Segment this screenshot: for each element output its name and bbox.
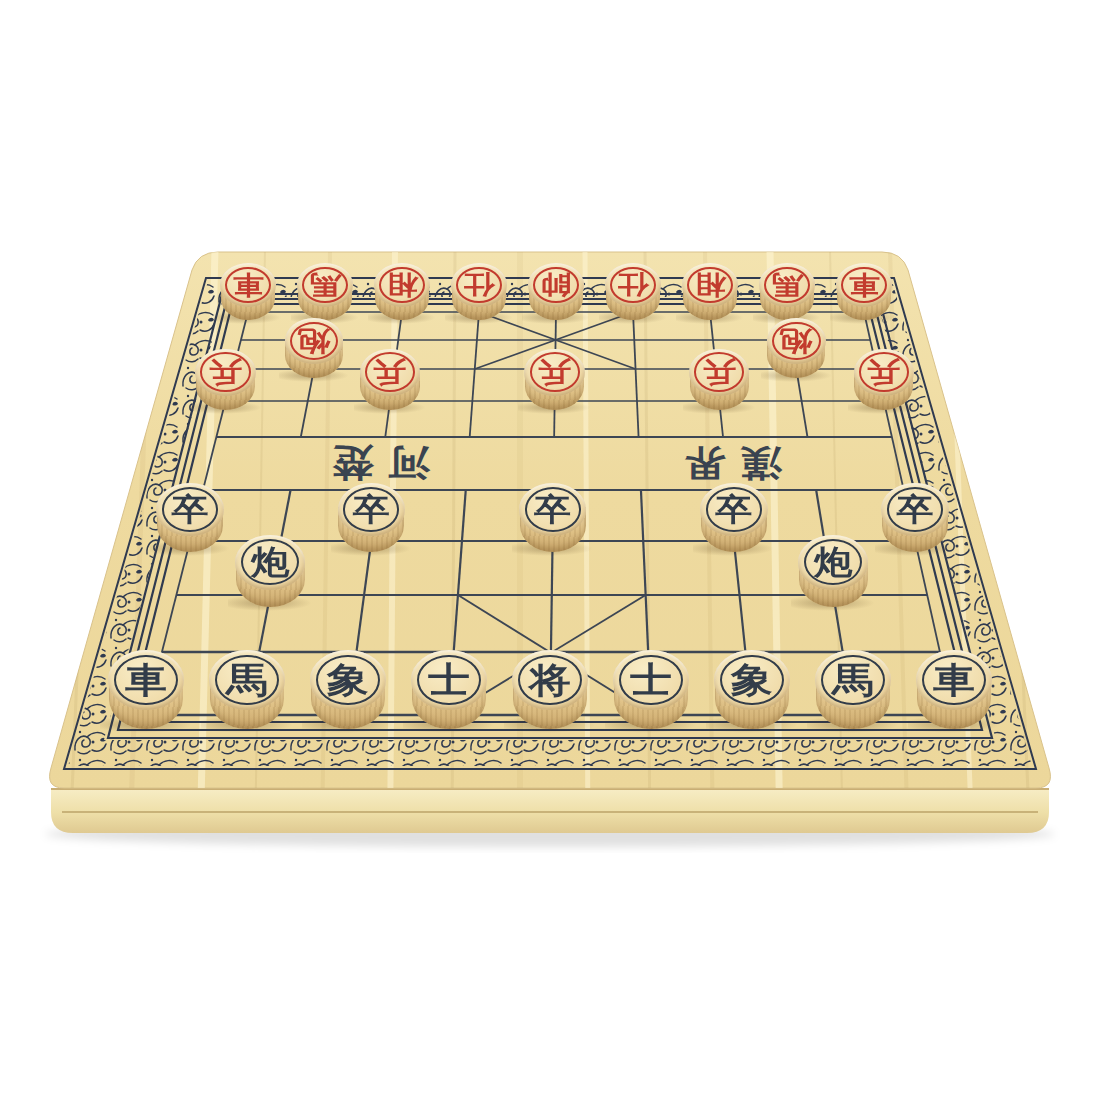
piece-face: 車	[916, 650, 992, 709]
piece-face: 馬	[209, 650, 285, 709]
piece-black-soldier[interactable]: 卒	[519, 483, 586, 552]
piece-character: 士	[630, 662, 672, 697]
piece-face: 馬	[759, 263, 815, 307]
piece-face: 相	[374, 263, 430, 307]
piece-red-soldier[interactable]: 兵	[689, 349, 749, 411]
piece-face: 帥	[528, 263, 584, 307]
piece-character: 兵	[373, 358, 406, 386]
piece-face: 兵	[360, 349, 420, 396]
product-photo-canvas: 河楚 漢界 車馬相仕帥仕相馬車炮炮兵兵兵兵兵卒卒卒卒卒炮炮車馬象士将士象馬車	[0, 0, 1100, 1100]
piece-ring: 相	[379, 267, 426, 304]
piece-ring: 卒	[525, 487, 581, 531]
piece-ring: 卒	[887, 487, 943, 531]
piece-character: 兵	[867, 358, 900, 386]
piece-red-soldier[interactable]: 兵	[195, 349, 255, 411]
piece-ring: 車	[225, 267, 272, 304]
piece-ring: 車	[114, 655, 177, 705]
piece-black-general[interactable]: 将	[512, 650, 588, 729]
piece-ring: 相	[687, 267, 734, 304]
piece-face: 仕	[451, 263, 507, 307]
piece-character: 帥	[541, 272, 572, 298]
piece-ring: 馬	[215, 655, 278, 705]
piece-ring: 仕	[610, 267, 657, 304]
piece-ring: 卒	[162, 487, 218, 531]
piece-ring: 馬	[764, 267, 811, 304]
piece-ring: 車	[841, 267, 888, 304]
piece-ring: 兵	[694, 352, 744, 392]
piece-face: 象	[714, 650, 790, 709]
piece-character: 卒	[172, 494, 209, 525]
piece-character: 馬	[226, 662, 268, 697]
piece-character: 炮	[251, 546, 290, 578]
piece-face: 馬	[815, 650, 891, 709]
piece-face: 相	[682, 263, 738, 307]
piece-ring: 卒	[343, 487, 399, 531]
piece-face: 車	[220, 263, 276, 307]
piece-red-chariot[interactable]: 車	[836, 263, 892, 320]
piece-red-elephant[interactable]: 相	[682, 263, 738, 320]
piece-ring: 兵	[365, 352, 415, 392]
piece-character: 相	[695, 272, 726, 298]
piece-black-cannon[interactable]: 炮	[235, 535, 305, 607]
piece-ring: 炮	[804, 539, 862, 585]
piece-ring: 車	[922, 655, 985, 705]
piece-red-cannon[interactable]: 炮	[767, 318, 826, 378]
piece-red-soldier[interactable]: 兵	[524, 349, 584, 411]
piece-character: 兵	[703, 358, 736, 386]
piece-face: 士	[613, 650, 689, 709]
piece-black-chariot[interactable]: 車	[108, 650, 184, 729]
piece-face: 車	[108, 650, 184, 709]
piece-red-horse[interactable]: 馬	[759, 263, 815, 320]
piece-character: 炮	[814, 546, 853, 578]
piece-ring: 兵	[530, 352, 580, 392]
piece-black-cannon[interactable]: 炮	[798, 535, 868, 607]
piece-character: 馬	[832, 662, 874, 697]
piece-black-soldier[interactable]: 卒	[881, 483, 948, 552]
piece-red-general[interactable]: 帥	[528, 263, 584, 320]
piece-face: 炮	[235, 535, 305, 590]
piece-face: 炮	[767, 318, 826, 364]
piece-face: 車	[836, 263, 892, 307]
piece-ring: 象	[720, 655, 783, 705]
piece-ring: 仕	[456, 267, 503, 304]
piece-ring: 兵	[859, 352, 909, 392]
piece-ring: 士	[619, 655, 682, 705]
piece-black-soldier[interactable]: 卒	[156, 483, 223, 552]
piece-character: 車	[933, 662, 975, 697]
piece-black-chariot[interactable]: 車	[916, 650, 992, 729]
piece-ring: 炮	[241, 539, 299, 585]
piece-character: 馬	[772, 272, 803, 298]
piece-face: 卒	[881, 483, 948, 536]
piece-black-soldier[interactable]: 卒	[700, 483, 767, 552]
piece-face: 馬	[297, 263, 353, 307]
piece-black-advisor[interactable]: 士	[411, 650, 487, 729]
piece-character: 将	[529, 662, 571, 697]
piece-black-elephant[interactable]: 象	[310, 650, 386, 729]
piece-ring: 炮	[290, 322, 339, 361]
piece-red-cannon[interactable]: 炮	[285, 318, 344, 378]
piece-ring: 炮	[772, 322, 821, 361]
piece-black-horse[interactable]: 馬	[815, 650, 891, 729]
piece-black-horse[interactable]: 馬	[209, 650, 285, 729]
piece-red-advisor[interactable]: 仕	[605, 263, 661, 320]
piece-character: 卒	[897, 494, 934, 525]
piece-character: 象	[731, 662, 773, 697]
piece-character: 仕	[464, 272, 495, 298]
piece-face: 象	[310, 650, 386, 709]
board-side-face	[51, 788, 1049, 833]
piece-face: 兵	[854, 349, 914, 396]
piece-black-elephant[interactable]: 象	[714, 650, 790, 729]
piece-red-soldier[interactable]: 兵	[360, 349, 420, 411]
piece-red-soldier[interactable]: 兵	[854, 349, 914, 411]
piece-black-advisor[interactable]: 士	[613, 650, 689, 729]
piece-character: 炮	[780, 327, 812, 354]
piece-face: 炮	[285, 318, 344, 364]
piece-red-advisor[interactable]: 仕	[451, 263, 507, 320]
piece-character: 仕	[618, 272, 649, 298]
piece-ring: 帥	[533, 267, 580, 304]
piece-face: 卒	[519, 483, 586, 536]
piece-face: 士	[411, 650, 487, 709]
piece-face: 卒	[156, 483, 223, 536]
piece-character: 馬	[310, 272, 341, 298]
piece-ring: 卒	[706, 487, 762, 531]
piece-character: 士	[428, 662, 470, 697]
piece-face: 兵	[524, 349, 584, 396]
piece-face: 仕	[605, 263, 661, 307]
piece-black-soldier[interactable]: 卒	[338, 483, 405, 552]
piece-character: 象	[327, 662, 369, 697]
piece-character: 車	[233, 272, 264, 298]
piece-character: 相	[387, 272, 418, 298]
piece-face: 卒	[700, 483, 767, 536]
piece-ring: 兵	[200, 352, 250, 392]
piece-character: 卒	[715, 494, 752, 525]
piece-character: 卒	[534, 494, 571, 525]
piece-face: 炮	[798, 535, 868, 590]
piece-character: 炮	[298, 327, 330, 354]
piece-character: 車	[849, 272, 880, 298]
piece-face: 兵	[689, 349, 749, 396]
piece-ring: 馬	[821, 655, 884, 705]
river-text-chu-he: 河楚	[318, 439, 430, 487]
piece-character: 兵	[538, 358, 571, 386]
piece-ring: 将	[518, 655, 581, 705]
piece-red-horse[interactable]: 馬	[297, 263, 353, 320]
piece-red-chariot[interactable]: 車	[220, 263, 276, 320]
piece-ring: 士	[417, 655, 480, 705]
piece-character: 車	[125, 662, 167, 697]
piece-face: 卒	[338, 483, 405, 536]
piece-character: 兵	[209, 358, 242, 386]
piece-ring: 象	[316, 655, 379, 705]
piece-red-elephant[interactable]: 相	[374, 263, 430, 320]
river-text-han-jie: 漢界	[670, 439, 782, 487]
piece-ring: 馬	[302, 267, 349, 304]
piece-character: 卒	[353, 494, 390, 525]
piece-face: 兵	[195, 349, 255, 396]
piece-face: 将	[512, 650, 588, 709]
